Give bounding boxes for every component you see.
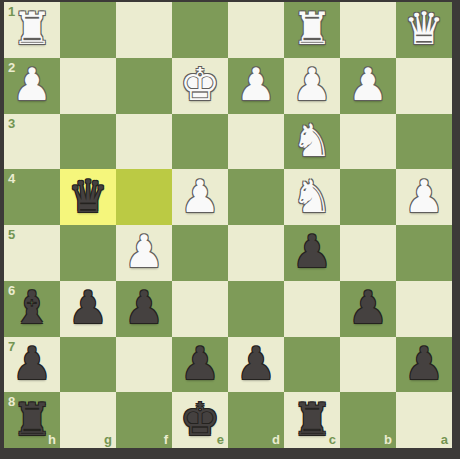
square-c4[interactable]: ♞	[284, 169, 340, 225]
square-b4[interactable]	[340, 169, 396, 225]
square-d2[interactable]: ♟	[228, 58, 284, 114]
square-c3[interactable]: ♞	[284, 114, 340, 170]
square-e4[interactable]: ♟	[172, 169, 228, 225]
piece-black-pawn[interactable]: ♟	[124, 285, 164, 330]
square-f4[interactable]	[116, 169, 172, 225]
square-f3[interactable]	[116, 114, 172, 170]
square-a1[interactable]: ♛	[396, 2, 452, 58]
piece-white-pawn[interactable]: ♟	[236, 62, 276, 107]
piece-black-pawn[interactable]: ♟	[180, 341, 220, 386]
piece-black-king[interactable]: ♚	[180, 397, 220, 442]
square-e8[interactable]: e♚	[172, 392, 228, 448]
piece-black-bishop[interactable]: ♝	[12, 285, 52, 330]
square-a7[interactable]: ♟	[396, 337, 452, 393]
piece-white-pawn[interactable]: ♟	[12, 62, 52, 107]
board-frame: 1♜♜♛2♟♚♟♟♟3♞4♛♟♞♟5♟♟6♝♟♟♟7♟♟♟♟8h♜gfe♚dc♜…	[0, 0, 460, 459]
square-d1[interactable]	[228, 2, 284, 58]
piece-black-pawn[interactable]: ♟	[404, 341, 444, 386]
piece-black-rook[interactable]: ♜	[292, 397, 332, 442]
piece-white-pawn[interactable]: ♟	[292, 62, 332, 107]
square-h4[interactable]: 4	[4, 169, 60, 225]
piece-black-rook[interactable]: ♜	[12, 397, 52, 442]
square-b6[interactable]: ♟	[340, 281, 396, 337]
square-a3[interactable]	[396, 114, 452, 170]
square-f8[interactable]: f	[116, 392, 172, 448]
square-g5[interactable]	[60, 225, 116, 281]
square-f2[interactable]	[116, 58, 172, 114]
square-c7[interactable]	[284, 337, 340, 393]
square-h2[interactable]: 2♟	[4, 58, 60, 114]
square-e3[interactable]	[172, 114, 228, 170]
piece-white-pawn[interactable]: ♟	[348, 62, 388, 107]
square-h3[interactable]: 3	[4, 114, 60, 170]
square-g2[interactable]	[60, 58, 116, 114]
square-d5[interactable]	[228, 225, 284, 281]
piece-white-queen[interactable]: ♛	[404, 6, 444, 51]
square-g6[interactable]: ♟	[60, 281, 116, 337]
square-d3[interactable]	[228, 114, 284, 170]
piece-black-pawn[interactable]: ♟	[292, 229, 332, 274]
piece-black-pawn[interactable]: ♟	[236, 341, 276, 386]
piece-white-pawn[interactable]: ♟	[180, 174, 220, 219]
square-c8[interactable]: c♜	[284, 392, 340, 448]
square-f1[interactable]	[116, 2, 172, 58]
square-e6[interactable]	[172, 281, 228, 337]
piece-white-pawn[interactable]: ♟	[404, 174, 444, 219]
square-d8[interactable]: d	[228, 392, 284, 448]
square-h6[interactable]: 6♝	[4, 281, 60, 337]
square-g8[interactable]: g	[60, 392, 116, 448]
piece-black-pawn[interactable]: ♟	[68, 285, 108, 330]
square-e7[interactable]: ♟	[172, 337, 228, 393]
rank-label-5: 5	[8, 228, 15, 241]
square-g7[interactable]	[60, 337, 116, 393]
square-c5[interactable]: ♟	[284, 225, 340, 281]
chess-board: 1♜♜♛2♟♚♟♟♟3♞4♛♟♞♟5♟♟6♝♟♟♟7♟♟♟♟8h♜gfe♚dc♜…	[4, 2, 452, 448]
square-b2[interactable]: ♟	[340, 58, 396, 114]
square-g3[interactable]	[60, 114, 116, 170]
square-b8[interactable]: b	[340, 392, 396, 448]
piece-black-pawn[interactable]: ♟	[348, 285, 388, 330]
square-b3[interactable]	[340, 114, 396, 170]
file-label-d: d	[272, 433, 280, 446]
square-c6[interactable]	[284, 281, 340, 337]
square-b1[interactable]	[340, 2, 396, 58]
square-c1[interactable]: ♜	[284, 2, 340, 58]
piece-white-knight[interactable]: ♞	[292, 174, 332, 219]
square-a2[interactable]	[396, 58, 452, 114]
piece-white-rook[interactable]: ♜	[12, 6, 52, 51]
square-a8[interactable]: a	[396, 392, 452, 448]
file-label-g: g	[104, 433, 112, 446]
square-b7[interactable]	[340, 337, 396, 393]
square-g4[interactable]: ♛	[60, 169, 116, 225]
square-h5[interactable]: 5	[4, 225, 60, 281]
square-g1[interactable]	[60, 2, 116, 58]
piece-white-pawn[interactable]: ♟	[124, 229, 164, 274]
square-a4[interactable]: ♟	[396, 169, 452, 225]
square-h1[interactable]: 1♜	[4, 2, 60, 58]
square-a6[interactable]	[396, 281, 452, 337]
square-h8[interactable]: 8h♜	[4, 392, 60, 448]
square-e1[interactable]	[172, 2, 228, 58]
piece-white-rook[interactable]: ♜	[292, 6, 332, 51]
rank-label-3: 3	[8, 117, 15, 130]
file-label-b: b	[384, 433, 392, 446]
square-b5[interactable]	[340, 225, 396, 281]
square-h7[interactable]: 7♟	[4, 337, 60, 393]
piece-white-king[interactable]: ♚	[180, 62, 220, 107]
square-f7[interactable]	[116, 337, 172, 393]
square-f5[interactable]: ♟	[116, 225, 172, 281]
piece-black-queen[interactable]: ♛	[68, 174, 108, 219]
square-d6[interactable]	[228, 281, 284, 337]
square-f6[interactable]: ♟	[116, 281, 172, 337]
square-d7[interactable]: ♟	[228, 337, 284, 393]
square-a5[interactable]	[396, 225, 452, 281]
piece-white-knight[interactable]: ♞	[292, 118, 332, 163]
square-e5[interactable]	[172, 225, 228, 281]
file-label-f: f	[164, 433, 168, 446]
rank-label-4: 4	[8, 172, 15, 185]
square-d4[interactable]	[228, 169, 284, 225]
piece-black-pawn[interactable]: ♟	[12, 341, 52, 386]
square-e2[interactable]: ♚	[172, 58, 228, 114]
file-label-a: a	[441, 433, 448, 446]
square-c2[interactable]: ♟	[284, 58, 340, 114]
